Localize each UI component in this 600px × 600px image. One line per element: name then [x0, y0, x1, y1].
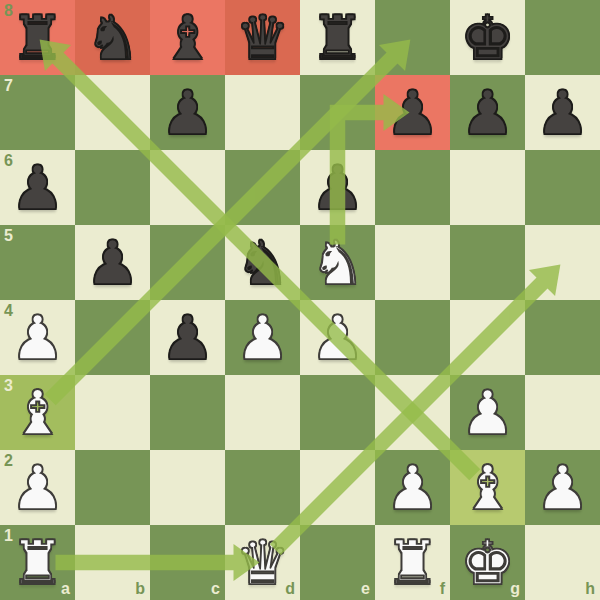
black-rook-e8[interactable]: ♜	[300, 0, 375, 75]
white-knight-e5[interactable]: ♞	[300, 225, 375, 300]
black-pawn-c7[interactable]: ♟	[150, 75, 225, 150]
square-h8[interactable]	[525, 0, 600, 75]
square-f1[interactable]: f♜	[375, 525, 450, 600]
coord-file-d: d	[285, 581, 295, 597]
square-b2[interactable]	[75, 450, 150, 525]
square-g4[interactable]	[450, 300, 525, 375]
white-pawn-d4[interactable]: ♟	[225, 300, 300, 375]
square-g1[interactable]: g♚	[450, 525, 525, 600]
white-bishop-g2[interactable]: ♝	[450, 450, 525, 525]
square-g5[interactable]	[450, 225, 525, 300]
square-a1[interactable]: 1a♜	[0, 525, 75, 600]
coord-file-f: f	[440, 581, 445, 597]
white-pawn-h2[interactable]: ♟	[525, 450, 600, 525]
white-pawn-e4[interactable]: ♟	[300, 300, 375, 375]
black-queen-d8[interactable]: ♛	[225, 0, 300, 75]
black-pawn-e6[interactable]: ♟	[300, 150, 375, 225]
coord-rank-2: 2	[4, 453, 13, 469]
square-h6[interactable]	[525, 150, 600, 225]
chess-board: 8♜♞♝♛♜♚7♟♟♟♟6♟♟5♟♞♞4♟♟♟♟3♝♟2♟♟♝♟1a♜bcd♛e…	[0, 0, 600, 600]
square-c8[interactable]: ♝	[150, 0, 225, 75]
square-b3[interactable]	[75, 375, 150, 450]
black-pawn-b5[interactable]: ♟	[75, 225, 150, 300]
square-e3[interactable]	[300, 375, 375, 450]
black-pawn-f7[interactable]: ♟	[375, 75, 450, 150]
black-king-g8[interactable]: ♚	[450, 0, 525, 75]
square-c1[interactable]: c	[150, 525, 225, 600]
black-bishop-c8[interactable]: ♝	[150, 0, 225, 75]
black-knight-b8[interactable]: ♞	[75, 0, 150, 75]
square-d7[interactable]	[225, 75, 300, 150]
square-h1[interactable]: h	[525, 525, 600, 600]
square-g6[interactable]	[450, 150, 525, 225]
square-f6[interactable]	[375, 150, 450, 225]
coord-file-a: a	[61, 581, 70, 597]
square-h4[interactable]	[525, 300, 600, 375]
coord-rank-4: 4	[4, 303, 13, 319]
square-a5[interactable]: 5	[0, 225, 75, 300]
coord-file-g: g	[510, 581, 520, 597]
square-e6[interactable]: ♟	[300, 150, 375, 225]
square-e8[interactable]: ♜	[300, 0, 375, 75]
square-b8[interactable]: ♞	[75, 0, 150, 75]
square-c6[interactable]	[150, 150, 225, 225]
square-h3[interactable]	[525, 375, 600, 450]
square-f3[interactable]	[375, 375, 450, 450]
square-c3[interactable]	[150, 375, 225, 450]
square-g8[interactable]: ♚	[450, 0, 525, 75]
coord-file-e: e	[361, 581, 370, 597]
coord-rank-7: 7	[4, 78, 13, 94]
square-b4[interactable]	[75, 300, 150, 375]
square-a2[interactable]: 2♟	[0, 450, 75, 525]
black-knight-d5[interactable]: ♞	[225, 225, 300, 300]
square-c4[interactable]: ♟	[150, 300, 225, 375]
square-c5[interactable]	[150, 225, 225, 300]
square-f2[interactable]: ♟	[375, 450, 450, 525]
square-b7[interactable]	[75, 75, 150, 150]
square-d5[interactable]: ♞	[225, 225, 300, 300]
square-d2[interactable]	[225, 450, 300, 525]
square-b1[interactable]: b	[75, 525, 150, 600]
square-e2[interactable]	[300, 450, 375, 525]
square-g2[interactable]: ♝	[450, 450, 525, 525]
square-a3[interactable]: 3♝	[0, 375, 75, 450]
square-b5[interactable]: ♟	[75, 225, 150, 300]
coord-file-c: c	[211, 581, 220, 597]
coord-rank-5: 5	[4, 228, 13, 244]
coord-rank-8: 8	[4, 3, 13, 19]
coord-rank-1: 1	[4, 528, 13, 544]
white-pawn-g3[interactable]: ♟	[450, 375, 525, 450]
square-h2[interactable]: ♟	[525, 450, 600, 525]
square-a4[interactable]: 4♟	[0, 300, 75, 375]
black-pawn-g7[interactable]: ♟	[450, 75, 525, 150]
square-d1[interactable]: d♛	[225, 525, 300, 600]
square-h7[interactable]: ♟	[525, 75, 600, 150]
square-b6[interactable]	[75, 150, 150, 225]
white-pawn-f2[interactable]: ♟	[375, 450, 450, 525]
coord-file-h: h	[585, 581, 595, 597]
square-a6[interactable]: 6♟	[0, 150, 75, 225]
square-f4[interactable]	[375, 300, 450, 375]
square-d6[interactable]	[225, 150, 300, 225]
square-e1[interactable]: e	[300, 525, 375, 600]
square-a8[interactable]: 8♜	[0, 0, 75, 75]
square-d8[interactable]: ♛	[225, 0, 300, 75]
square-c2[interactable]	[150, 450, 225, 525]
square-g3[interactable]: ♟	[450, 375, 525, 450]
square-f8[interactable]	[375, 0, 450, 75]
square-a7[interactable]: 7	[0, 75, 75, 150]
square-e4[interactable]: ♟	[300, 300, 375, 375]
square-c7[interactable]: ♟	[150, 75, 225, 150]
square-d4[interactable]: ♟	[225, 300, 300, 375]
square-e7[interactable]	[300, 75, 375, 150]
square-d3[interactable]	[225, 375, 300, 450]
coord-rank-3: 3	[4, 378, 13, 394]
coord-rank-6: 6	[4, 153, 13, 169]
black-pawn-h7[interactable]: ♟	[525, 75, 600, 150]
black-pawn-c4[interactable]: ♟	[150, 300, 225, 375]
square-f5[interactable]	[375, 225, 450, 300]
square-e5[interactable]: ♞	[300, 225, 375, 300]
square-f7[interactable]: ♟	[375, 75, 450, 150]
board-grid: 8♜♞♝♛♜♚7♟♟♟♟6♟♟5♟♞♞4♟♟♟♟3♝♟2♟♟♝♟1a♜bcd♛e…	[0, 0, 600, 600]
coord-file-b: b	[135, 581, 145, 597]
square-h5[interactable]	[525, 225, 600, 300]
square-g7[interactable]: ♟	[450, 75, 525, 150]
